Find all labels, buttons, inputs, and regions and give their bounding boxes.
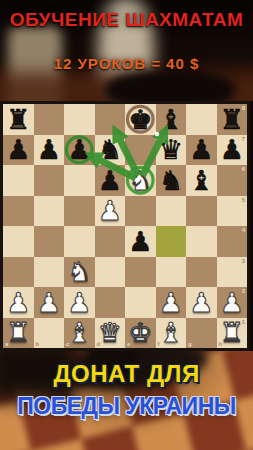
bottom-banner: ДОНАТ ДЛЯ ПОБЕДЫ УКРАИНЫ	[0, 351, 253, 450]
square-b1[interactable]: b	[34, 318, 65, 349]
piece-white-knight[interactable]: ♞	[64, 257, 95, 288]
square-d2[interactable]	[95, 287, 126, 318]
square-d1[interactable]: ♛d	[95, 318, 126, 349]
piece-white-pawn[interactable]: ♟	[156, 287, 187, 318]
square-e3[interactable]	[125, 257, 156, 288]
square-d5[interactable]: ♟	[95, 196, 126, 227]
file-label: c	[66, 341, 69, 347]
square-c1[interactable]: ♝c	[64, 318, 95, 349]
square-g6[interactable]: ♝	[186, 165, 217, 196]
piece-white-pawn[interactable]: ♟	[95, 196, 126, 227]
square-b2[interactable]: ♟	[34, 287, 65, 318]
blurred-dark-piece-photo	[105, 70, 235, 101]
square-b4[interactable]	[34, 226, 65, 257]
square-h5[interactable]: 5	[217, 196, 248, 227]
piece-black-knight[interactable]: ♞	[156, 165, 187, 196]
square-a5[interactable]	[3, 196, 34, 227]
square-c7[interactable]: ♟	[64, 135, 95, 166]
rank-label: 4	[242, 227, 245, 233]
piece-black-bishop[interactable]: ♝	[156, 104, 187, 135]
square-b6[interactable]	[34, 165, 65, 196]
rank-label: 1	[242, 319, 245, 325]
piece-white-pawn[interactable]: ♟	[186, 287, 217, 318]
square-h4[interactable]: 4	[217, 226, 248, 257]
square-c8[interactable]	[64, 104, 95, 135]
banner-subtitle: 12 УРОКОВ = 40 $	[0, 55, 253, 72]
rank-label: 5	[242, 197, 245, 203]
file-label: h	[219, 341, 223, 347]
square-e5[interactable]	[125, 196, 156, 227]
square-a8[interactable]: ♜	[3, 104, 34, 135]
rank-label: 7	[242, 136, 245, 142]
square-f7[interactable]: ♛	[156, 135, 187, 166]
square-d8[interactable]	[95, 104, 126, 135]
piece-white-pawn[interactable]: ♟	[3, 287, 34, 318]
square-b7[interactable]: ♟	[34, 135, 65, 166]
square-h2[interactable]: ♟2	[217, 287, 248, 318]
donate-line2: ПОБЕДЫ УКРАИНЫ	[0, 393, 253, 420]
square-h1[interactable]: ♜1h	[217, 318, 248, 349]
piece-black-pawn[interactable]: ♟	[3, 135, 34, 166]
rank-label: 2	[242, 288, 245, 294]
file-label: f	[158, 341, 160, 347]
rank-label: 3	[242, 258, 245, 264]
square-f1[interactable]: ♝f	[156, 318, 187, 349]
square-a3[interactable]	[3, 257, 34, 288]
file-label: a	[5, 341, 8, 347]
square-g1[interactable]: g	[186, 318, 217, 349]
square-c3[interactable]: ♞	[64, 257, 95, 288]
piece-black-bishop[interactable]: ♝	[186, 165, 217, 196]
square-d7[interactable]: ♞	[95, 135, 126, 166]
square-e4[interactable]: ♟	[125, 226, 156, 257]
square-d6[interactable]: ♟	[95, 165, 126, 196]
top-banner: ОБУЧЕНИЕ ШАХМАТАМ 12 УРОКОВ = 40 $	[0, 0, 253, 101]
square-d4[interactable]	[95, 226, 126, 257]
square-f2[interactable]: ♟	[156, 287, 187, 318]
square-g3[interactable]	[186, 257, 217, 288]
file-label: d	[97, 341, 101, 347]
piece-black-pawn[interactable]: ♟	[95, 165, 126, 196]
square-a1[interactable]: ♜a	[3, 318, 34, 349]
rank-label: 6	[242, 166, 245, 172]
square-e8[interactable]: ♚	[125, 104, 156, 135]
square-c2[interactable]: ♟	[64, 287, 95, 318]
piece-black-pawn[interactable]: ♟	[34, 135, 65, 166]
square-f4[interactable]	[156, 226, 187, 257]
file-label: g	[188, 341, 192, 347]
piece-black-rook[interactable]: ♜	[3, 104, 34, 135]
piece-black-pawn[interactable]: ♟	[186, 135, 217, 166]
square-b8[interactable]	[34, 104, 65, 135]
chess-board[interactable]: ♜♚♝♜8♟♟♟♞♛♟♟7♟♞♞♝6♟5♟4♞3♟♟♟♟♟♟2♜ab♝c♛d♚e…	[0, 101, 250, 351]
piece-black-king[interactable]: ♚	[125, 104, 156, 135]
square-a6[interactable]	[3, 165, 34, 196]
piece-black-pawn[interactable]: ♟	[125, 226, 156, 257]
square-b3[interactable]	[34, 257, 65, 288]
square-h7[interactable]: ♟7	[217, 135, 248, 166]
square-g5[interactable]	[186, 196, 217, 227]
square-h6[interactable]: 6	[217, 165, 248, 196]
donate-line1: ДОНАТ ДЛЯ	[0, 360, 253, 388]
square-g7[interactable]: ♟	[186, 135, 217, 166]
square-c4[interactable]	[64, 226, 95, 257]
square-e6[interactable]: ♞	[125, 165, 156, 196]
square-a4[interactable]	[3, 226, 34, 257]
square-c5[interactable]	[64, 196, 95, 227]
banner-title: ОБУЧЕНИЕ ШАХМАТАМ	[0, 9, 253, 31]
square-h8[interactable]: ♜8	[217, 104, 248, 135]
piece-white-pawn[interactable]: ♟	[64, 287, 95, 318]
square-c6[interactable]	[64, 165, 95, 196]
piece-black-knight[interactable]: ♞	[95, 135, 126, 166]
rank-label: 8	[242, 105, 245, 111]
file-label: b	[36, 341, 40, 347]
board-grid[interactable]: ♜♚♝♜8♟♟♟♞♛♟♟7♟♞♞♝6♟5♟4♞3♟♟♟♟♟♟2♜ab♝c♛d♚e…	[3, 104, 247, 348]
square-h3[interactable]: 3	[217, 257, 248, 288]
square-f5[interactable]	[156, 196, 187, 227]
chess-lesson-thumbnail: ОБУЧЕНИЕ ШАХМАТАМ 12 УРОКОВ = 40 $ ♜♚♝♜8…	[0, 0, 253, 450]
square-f3[interactable]	[156, 257, 187, 288]
square-a2[interactable]: ♟	[3, 287, 34, 318]
square-g8[interactable]	[186, 104, 217, 135]
square-f6[interactable]: ♞	[156, 165, 187, 196]
square-e7[interactable]	[125, 135, 156, 166]
square-d3[interactable]	[95, 257, 126, 288]
square-a7[interactable]: ♟	[3, 135, 34, 166]
piece-white-bishop[interactable]: ♝	[156, 318, 187, 349]
piece-white-pawn[interactable]: ♟	[34, 287, 65, 318]
square-g4[interactable]	[186, 226, 217, 257]
piece-black-pawn[interactable]: ♟	[64, 135, 95, 166]
square-f8[interactable]: ♝	[156, 104, 187, 135]
square-b5[interactable]	[34, 196, 65, 227]
square-e1[interactable]: ♚e	[125, 318, 156, 349]
piece-black-queen[interactable]: ♛	[156, 135, 187, 166]
square-e2[interactable]	[125, 287, 156, 318]
square-g2[interactable]: ♟	[186, 287, 217, 318]
piece-white-knight[interactable]: ♞	[125, 165, 156, 196]
file-label: e	[127, 341, 130, 347]
